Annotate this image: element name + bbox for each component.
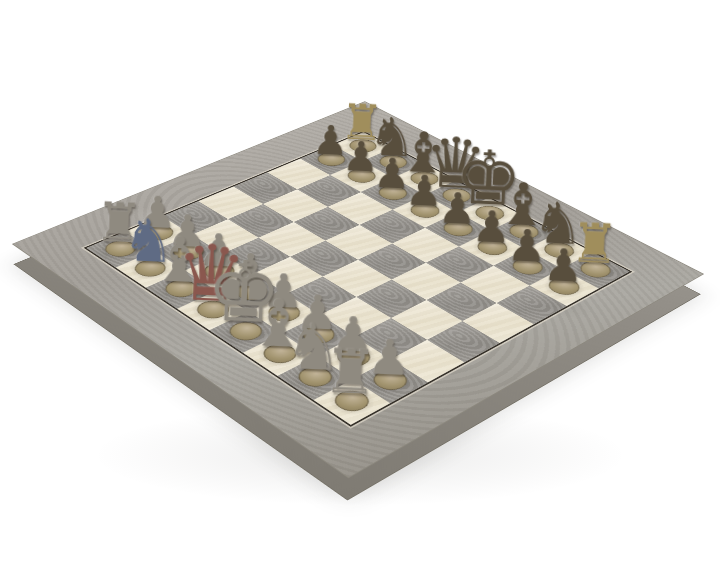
piece-white-rook-h1[interactable]: ♜	[322, 341, 379, 404]
piece-black-pawn-f7[interactable]: ♟	[471, 205, 512, 250]
board-frame: ♜♞♝♛♚♝♞♜♟♟♟♟♟♟♟♟♟♟♟♟♟♟♟♟♜♞♝♛♚♝♞♜	[12, 101, 704, 478]
piece-black-pawn-h7[interactable]: ♟	[542, 242, 584, 288]
board-pinstripe-frame: ♜♞♝♛♚♝♞♜♟♟♟♟♟♟♟♟♟♟♟♟♟♟♟♟♜♞♝♛♚♝♞♜	[84, 131, 633, 427]
piece-black-pawn-g7[interactable]: ♟	[506, 223, 547, 269]
chessboard: ♜♞♝♛♚♝♞♜♟♟♟♟♟♟♟♟♟♟♟♟♟♟♟♟♜♞♝♛♚♝♞♜	[12, 101, 704, 478]
chess-set-product-photo: ♜♞♝♛♚♝♞♜♟♟♟♟♟♟♟♟♟♟♟♟♟♟♟♟♜♞♝♛♚♝♞♜	[0, 0, 720, 576]
board-tilt-wrapper: ♜♞♝♛♚♝♞♜♟♟♟♟♟♟♟♟♟♟♟♟♟♟♟♟♜♞♝♛♚♝♞♜	[103, 4, 614, 515]
